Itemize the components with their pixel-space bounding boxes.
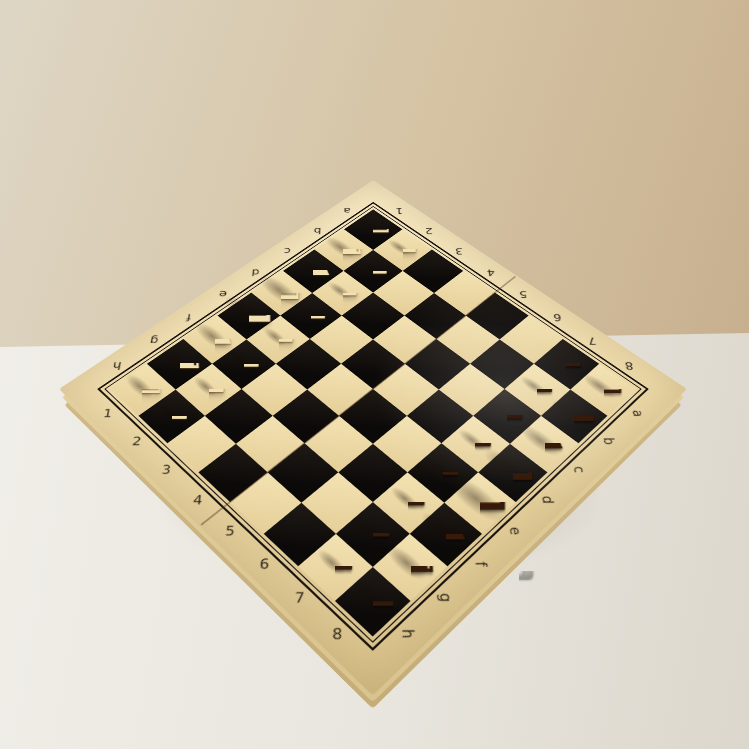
piece-glyph: ♟ xyxy=(148,350,193,432)
rank-label-8: 8 xyxy=(604,357,653,373)
rank-label-2: 2 xyxy=(408,224,449,237)
piece-glyph: ♜ xyxy=(340,507,405,623)
rank-label-5: 5 xyxy=(500,287,545,301)
rank-label-3: 3 xyxy=(437,244,480,257)
stage: 12345678 12345678 abcdefgh abcdefgh ♜♞♝♛… xyxy=(0,0,749,749)
file-label-c: c xyxy=(276,236,297,265)
rank-label-4: 4 xyxy=(468,265,512,279)
rank-label-1: 1 xyxy=(379,204,419,216)
file-label-b: b xyxy=(307,216,327,244)
clasp-knob xyxy=(514,567,524,577)
chess-board: 12345678 12345678 abcdefgh abcdefgh ♜♞♝♛… xyxy=(59,180,687,695)
file-label-d: d xyxy=(244,257,266,288)
file-label-a: a xyxy=(337,197,356,224)
